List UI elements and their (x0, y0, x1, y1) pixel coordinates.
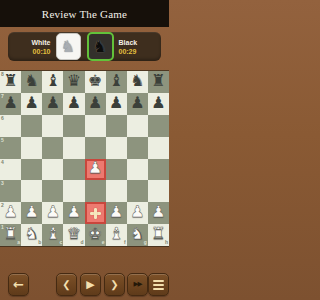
square-b3[interactable] (21, 180, 42, 202)
square-a6[interactable]: 6 (0, 115, 21, 137)
square-f7[interactable]: ♟ (106, 93, 127, 115)
square-g1[interactable]: ♞g (127, 224, 148, 246)
square-e8[interactable]: ♚ (85, 71, 106, 93)
square-h6[interactable] (148, 115, 169, 137)
square-h8[interactable]: ♜ (148, 71, 169, 93)
square-d4[interactable] (63, 159, 84, 181)
square-a7[interactable]: ♟7 (0, 93, 21, 115)
rank-label-3: 3 (1, 181, 4, 186)
square-f6[interactable] (106, 115, 127, 137)
file-label-f: f (124, 240, 126, 245)
square-c1[interactable]: ♝c (42, 224, 63, 246)
piece-p-e7: ♟ (88, 95, 102, 111)
square-b2[interactable]: ♟ (21, 202, 42, 224)
square-g7[interactable]: ♟ (127, 93, 148, 115)
black-avatar[interactable]: ♞ (87, 32, 114, 61)
title-bar: Review The Game (0, 0, 169, 27)
file-label-c: c (60, 240, 63, 245)
file-label-g: g (144, 240, 147, 245)
square-a1[interactable]: ♜1a (0, 224, 21, 246)
square-a3[interactable]: 3 (0, 180, 21, 202)
rank-label-1: 1 (1, 225, 4, 230)
move-origin-icon (90, 208, 101, 219)
piece-B-c1: ♝ (46, 226, 60, 242)
piece-n-g8: ♞ (130, 73, 144, 89)
square-d5[interactable] (63, 137, 84, 159)
piece-p-a7: ♟ (3, 95, 17, 111)
square-d8[interactable]: ♛ (63, 71, 84, 93)
square-a5[interactable]: 5 (0, 137, 21, 159)
piece-P-c2: ♟ (46, 204, 60, 220)
piece-B-f1: ♝ (109, 226, 123, 242)
square-c6[interactable] (42, 115, 63, 137)
previous-move-button[interactable]: ❮ (56, 273, 77, 296)
file-label-e: e (102, 240, 105, 245)
piece-P-g2: ♟ (130, 204, 144, 220)
next-move-button[interactable]: ❯ (104, 273, 125, 296)
square-a4[interactable]: 4 (0, 159, 21, 181)
square-d7[interactable]: ♟ (63, 93, 84, 115)
piece-N-b1: ♞ (25, 226, 39, 242)
square-h3[interactable] (148, 180, 169, 202)
page-title: Review The Game (42, 8, 127, 20)
piece-r-a8: ♜ (3, 73, 17, 89)
file-label-b: b (38, 240, 41, 245)
piece-N-g1: ♞ (130, 226, 144, 242)
black-player-label: Black (119, 38, 138, 47)
chevron-right-icon: ❯ (110, 280, 118, 290)
square-a2[interactable]: ♟2 (0, 202, 21, 224)
back-button[interactable]: ← (8, 273, 29, 296)
square-d2[interactable]: ♟ (63, 202, 84, 224)
rank-label-2: 2 (1, 203, 4, 208)
square-g6[interactable] (127, 115, 148, 137)
square-a8[interactable]: ♜8 (0, 71, 21, 93)
piece-p-h7: ♟ (151, 95, 165, 111)
square-e4[interactable]: ♟ (85, 159, 106, 181)
piece-P-e4: ♟ (88, 160, 102, 176)
rank-label-6: 6 (1, 116, 4, 121)
square-h7[interactable]: ♟ (148, 93, 169, 115)
file-label-h: h (165, 240, 168, 245)
piece-q-d8: ♛ (67, 73, 81, 89)
square-d3[interactable] (63, 180, 84, 202)
piece-P-a2: ♟ (3, 204, 17, 220)
rank-label-5: 5 (1, 138, 4, 143)
square-c7[interactable]: ♟ (42, 93, 63, 115)
piece-R-a1: ♜ (3, 226, 17, 242)
piece-k-e8: ♚ (88, 73, 102, 89)
piece-p-b7: ♟ (25, 95, 39, 111)
piece-K-e1: ♚ (88, 226, 102, 242)
file-label-d: d (80, 240, 83, 245)
square-f2[interactable]: ♟ (106, 202, 127, 224)
rank-label-8: 8 (1, 72, 4, 77)
square-e3[interactable] (85, 180, 106, 202)
piece-p-d7: ♟ (67, 95, 81, 111)
chess-board: ♜8♞♝♛♚♝♞♜♟7♟♟♟♟♟♟♟654♟3♟2♟♟♟♟♟♟♜1a♞b♝c♛d… (0, 70, 169, 247)
square-e1[interactable]: ♚e (85, 224, 106, 246)
square-g8[interactable]: ♞ (127, 71, 148, 93)
square-g2[interactable]: ♟ (127, 202, 148, 224)
piece-R-h1: ♜ (151, 226, 165, 242)
piece-n-b8: ♞ (25, 73, 39, 89)
square-b1[interactable]: ♞b (21, 224, 42, 246)
black-player-info: Black 00:29 (114, 38, 162, 56)
square-c3[interactable] (42, 180, 63, 202)
square-e7[interactable]: ♟ (85, 93, 106, 115)
square-b7[interactable]: ♟ (21, 93, 42, 115)
square-h1[interactable]: ♜h (148, 224, 169, 246)
square-c8[interactable]: ♝ (42, 71, 63, 93)
play-button[interactable]: ▶ (80, 273, 101, 296)
square-e5[interactable] (85, 137, 106, 159)
square-b8[interactable]: ♞ (21, 71, 42, 93)
fast-forward-icon: ▶▶ (134, 281, 142, 288)
piece-r-h8: ♜ (151, 73, 165, 89)
square-h5[interactable] (148, 137, 169, 159)
menu-icon (153, 280, 164, 290)
square-b4[interactable] (21, 159, 42, 181)
black-player-clock: 00:29 (119, 47, 137, 56)
file-label-a: a (17, 240, 20, 245)
chevron-left-icon: ❮ (62, 280, 70, 290)
piece-b-c8: ♝ (46, 73, 60, 89)
square-g3[interactable] (127, 180, 148, 202)
white-player-label: White (31, 38, 50, 47)
piece-P-b2: ♟ (25, 204, 39, 220)
square-f5[interactable] (106, 137, 127, 159)
square-b6[interactable] (21, 115, 42, 137)
square-g4[interactable] (127, 159, 148, 181)
arrow-left-icon: ← (13, 278, 24, 291)
move-list-button[interactable] (148, 273, 169, 296)
square-e6[interactable] (85, 115, 106, 137)
play-icon: ▶ (86, 279, 94, 290)
player-panel: White 00:10 ♞ ♞ Black 00:29 (8, 32, 161, 61)
square-f8[interactable]: ♝ (106, 71, 127, 93)
square-c2[interactable]: ♟ (42, 202, 63, 224)
piece-p-f7: ♟ (109, 95, 123, 111)
piece-P-d2: ♟ (67, 204, 81, 220)
square-h2[interactable]: ♟ (148, 202, 169, 224)
square-c4[interactable] (42, 159, 63, 181)
white-avatar[interactable]: ♞ (56, 33, 81, 60)
square-d6[interactable] (63, 115, 84, 137)
piece-p-g7: ♟ (130, 95, 144, 111)
square-f4[interactable] (106, 159, 127, 181)
piece-p-c7: ♟ (46, 95, 60, 111)
piece-b-f8: ♝ (109, 73, 123, 89)
square-f1[interactable]: ♝f (106, 224, 127, 246)
rank-label-4: 4 (1, 160, 4, 165)
piece-Q-d1: ♛ (67, 226, 81, 242)
square-f3[interactable] (106, 180, 127, 202)
rank-label-7: 7 (1, 94, 4, 99)
square-h4[interactable] (148, 159, 169, 181)
white-knight-icon: ♞ (61, 39, 75, 55)
square-b5[interactable] (21, 137, 42, 159)
square-d1[interactable]: ♛d (63, 224, 84, 246)
white-player-info: White 00:10 (8, 38, 56, 56)
piece-P-f2: ♟ (109, 204, 123, 220)
square-e2[interactable] (85, 202, 106, 224)
fast-forward-button[interactable]: ▶▶ (127, 273, 148, 296)
square-c5[interactable] (42, 137, 63, 159)
white-player-clock: 00:10 (33, 47, 51, 56)
piece-P-h2: ♟ (151, 204, 165, 220)
square-g5[interactable] (127, 137, 148, 159)
black-knight-icon: ♞ (93, 39, 107, 55)
